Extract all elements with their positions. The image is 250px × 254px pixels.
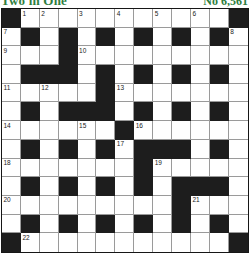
clue-number: 20 — [4, 196, 11, 203]
black-cell — [59, 177, 78, 196]
clue-number: 13 — [117, 84, 124, 91]
grid-cell[interactable] — [153, 65, 172, 84]
grid-cell[interactable] — [134, 84, 153, 103]
black-cell — [210, 28, 229, 47]
black-cell — [210, 215, 229, 234]
clue-number: 12 — [41, 84, 48, 91]
grid-cell[interactable] — [40, 121, 59, 140]
grid-cell[interactable]: 7 — [2, 28, 21, 47]
black-cell — [210, 102, 229, 121]
black-cell — [21, 28, 40, 47]
grid-cell[interactable]: 22 — [21, 233, 40, 252]
black-cell — [96, 84, 115, 103]
grid-cell[interactable] — [78, 84, 97, 103]
grid-cell[interactable] — [191, 140, 210, 159]
grid-cell[interactable] — [78, 233, 97, 252]
grid-cell[interactable] — [59, 84, 78, 103]
grid-cell[interactable] — [210, 196, 229, 215]
grid-cell[interactable] — [78, 65, 97, 84]
black-cell — [96, 102, 115, 121]
grid-cell[interactable] — [115, 65, 134, 84]
grid-cell[interactable] — [40, 140, 59, 159]
grid-cell[interactable] — [134, 9, 153, 28]
clue-number: 3 — [79, 10, 83, 17]
puzzle-number: No 6,561 — [203, 0, 248, 8]
grid-cell[interactable] — [191, 233, 210, 252]
black-cell — [172, 28, 191, 47]
grid-cell[interactable] — [153, 215, 172, 234]
black-cell — [96, 65, 115, 84]
black-cell — [96, 177, 115, 196]
grid-cell[interactable]: 3 — [78, 9, 97, 28]
grid-cell[interactable] — [229, 102, 248, 121]
black-cell — [172, 177, 191, 196]
clue-number: 17 — [117, 140, 124, 147]
grid-cell[interactable] — [153, 102, 172, 121]
black-cell — [210, 177, 229, 196]
grid-cell[interactable] — [210, 233, 229, 252]
grid-cell[interactable] — [78, 140, 97, 159]
grid-cell[interactable] — [229, 84, 248, 103]
grid-cell[interactable]: 4 — [115, 9, 134, 28]
black-cell — [21, 65, 40, 84]
black-cell — [2, 9, 21, 28]
black-cell — [172, 196, 191, 215]
clue-number: 21 — [192, 196, 199, 203]
grid-cell[interactable] — [40, 233, 59, 252]
grid-cell[interactable] — [229, 159, 248, 178]
grid-cell[interactable] — [40, 215, 59, 234]
grid-cell[interactable] — [153, 233, 172, 252]
grid-cell[interactable] — [59, 233, 78, 252]
grid-cell[interactable] — [96, 46, 115, 65]
black-cell — [210, 140, 229, 159]
black-cell — [40, 65, 59, 84]
grid-cell[interactable] — [172, 84, 191, 103]
crossword-page: Two in One No 6,561 12345678910111213141… — [0, 0, 250, 254]
grid-cell[interactable] — [172, 46, 191, 65]
grid-cell[interactable] — [191, 121, 210, 140]
grid-cell[interactable]: 11 — [2, 84, 21, 103]
grid-cell[interactable] — [210, 9, 229, 28]
black-cell — [59, 46, 78, 65]
grid-cell[interactable] — [229, 177, 248, 196]
black-cell — [172, 140, 191, 159]
grid-cell[interactable] — [96, 159, 115, 178]
grid-cell[interactable] — [191, 102, 210, 121]
black-cell — [21, 102, 40, 121]
grid-cell[interactable] — [40, 159, 59, 178]
grid-cell[interactable]: 13 — [115, 84, 134, 103]
black-cell — [134, 65, 153, 84]
grid-cell[interactable] — [191, 215, 210, 234]
grid-cell[interactable] — [229, 65, 248, 84]
grid-cell[interactable] — [115, 196, 134, 215]
grid-cell[interactable]: 17 — [115, 140, 134, 159]
grid-cell[interactable] — [2, 177, 21, 196]
grid-cell[interactable] — [191, 159, 210, 178]
clue-number: 2 — [41, 10, 45, 17]
grid-cell[interactable] — [172, 159, 191, 178]
grid-cell[interactable] — [191, 46, 210, 65]
black-cell — [59, 215, 78, 234]
black-cell — [21, 140, 40, 159]
grid-cell[interactable] — [59, 196, 78, 215]
grid-cell[interactable] — [96, 233, 115, 252]
black-cell — [59, 65, 78, 84]
grid-cell[interactable] — [21, 121, 40, 140]
grid-cell[interactable] — [2, 102, 21, 121]
grid-cell[interactable] — [78, 28, 97, 47]
grid-cell[interactable] — [2, 140, 21, 159]
grid-cell[interactable] — [59, 121, 78, 140]
grid-cell[interactable]: 18 — [2, 159, 21, 178]
grid-cell[interactable] — [210, 46, 229, 65]
grid-cell[interactable] — [78, 196, 97, 215]
black-cell — [59, 28, 78, 47]
clue-number: 4 — [117, 10, 121, 17]
black-cell — [153, 140, 172, 159]
black-cell — [172, 102, 191, 121]
grid-cell[interactable] — [153, 46, 172, 65]
clue-number: 10 — [79, 47, 86, 54]
black-cell — [96, 28, 115, 47]
black-cell — [134, 28, 153, 47]
black-cell — [2, 233, 21, 252]
grid-cell[interactable] — [40, 46, 59, 65]
grid-cell[interactable] — [96, 9, 115, 28]
grid-cell[interactable] — [153, 84, 172, 103]
grid-cell[interactable]: 15 — [78, 121, 97, 140]
grid-cell[interactable]: 12 — [40, 84, 59, 103]
grid-cell[interactable]: 2 — [40, 9, 59, 28]
grid-cell[interactable] — [115, 28, 134, 47]
grid-cell[interactable] — [59, 159, 78, 178]
grid-cell[interactable]: 8 — [229, 28, 248, 47]
grid-cell[interactable] — [78, 215, 97, 234]
clue-number: 18 — [4, 159, 11, 166]
grid-cell[interactable] — [21, 159, 40, 178]
grid-cell[interactable] — [172, 9, 191, 28]
grid-cell[interactable]: 16 — [134, 121, 153, 140]
grid-cell[interactable] — [191, 65, 210, 84]
grid-cell[interactable] — [2, 65, 21, 84]
grid-cell[interactable] — [134, 233, 153, 252]
grid-cell[interactable] — [2, 215, 21, 234]
grid-cell[interactable] — [134, 46, 153, 65]
grid-cell[interactable] — [21, 46, 40, 65]
clue-number: 22 — [22, 234, 29, 241]
grid-cell[interactable] — [153, 121, 172, 140]
grid-cell[interactable] — [78, 177, 97, 196]
grid-cell[interactable] — [210, 84, 229, 103]
clue-number: 14 — [4, 122, 11, 129]
clue-number: 7 — [4, 28, 8, 35]
clue-number: 8 — [230, 28, 234, 35]
black-cell — [21, 177, 40, 196]
crossword-grid: 12345678910111213141516171819202122 — [1, 8, 249, 253]
grid-cell[interactable] — [115, 233, 134, 252]
grid-cell[interactable]: 1 — [21, 9, 40, 28]
clue-number: 16 — [136, 122, 143, 129]
clue-number: 11 — [4, 84, 11, 91]
grid-cell[interactable] — [115, 215, 134, 234]
black-cell — [96, 140, 115, 159]
black-cell — [134, 140, 153, 159]
grid-cell[interactable] — [115, 102, 134, 121]
grid-cell[interactable] — [134, 196, 153, 215]
black-cell — [172, 215, 191, 234]
grid-cell[interactable] — [210, 159, 229, 178]
grid-cell[interactable] — [21, 196, 40, 215]
grid-cell[interactable] — [40, 196, 59, 215]
black-cell — [96, 215, 115, 234]
grid-cell[interactable] — [191, 28, 210, 47]
grid-cell[interactable] — [172, 233, 191, 252]
grid-cell[interactable] — [59, 9, 78, 28]
black-cell — [229, 9, 248, 28]
grid-cell[interactable] — [153, 177, 172, 196]
clue-number: 6 — [192, 10, 196, 17]
grid-cell[interactable] — [229, 121, 248, 140]
grid-cell[interactable] — [40, 102, 59, 121]
grid-cell[interactable] — [115, 159, 134, 178]
grid-cell[interactable]: 19 — [153, 159, 172, 178]
grid-cell[interactable] — [40, 177, 59, 196]
black-cell — [59, 140, 78, 159]
black-cell — [134, 102, 153, 121]
black-cell — [210, 65, 229, 84]
grid-cell[interactable] — [229, 215, 248, 234]
masthead: Two in One No 6,561 — [0, 0, 250, 8]
grid-cell[interactable] — [96, 196, 115, 215]
clue-number: 19 — [155, 159, 162, 166]
grid-cell[interactable] — [40, 28, 59, 47]
grid-cell[interactable] — [115, 177, 134, 196]
grid-cell[interactable] — [172, 121, 191, 140]
grid-cell[interactable] — [229, 196, 248, 215]
black-cell — [134, 159, 153, 178]
grid-cell[interactable] — [153, 28, 172, 47]
black-cell — [134, 215, 153, 234]
grid-cell[interactable]: 5 — [153, 9, 172, 28]
clue-number: 1 — [22, 10, 26, 17]
grid-cell[interactable] — [115, 46, 134, 65]
grid-cell[interactable] — [191, 84, 210, 103]
grid-cell[interactable]: 10 — [78, 46, 97, 65]
black-cell — [229, 233, 248, 252]
grid-cell[interactable]: 21 — [191, 196, 210, 215]
grid-cell[interactable] — [96, 121, 115, 140]
clue-number: 15 — [79, 122, 86, 129]
grid-cell[interactable] — [21, 84, 40, 103]
grid-cell[interactable] — [153, 196, 172, 215]
grid-cell[interactable] — [229, 140, 248, 159]
black-cell — [115, 121, 134, 140]
masthead-line: Two in One No 6,561 — [0, 0, 250, 8]
puzzle-title: Two in One — [1, 0, 67, 8]
grid-cell[interactable]: 14 — [2, 121, 21, 140]
black-cell — [172, 65, 191, 84]
clue-number: 9 — [4, 47, 8, 54]
grid-cell[interactable] — [78, 159, 97, 178]
black-cell — [21, 215, 40, 234]
grid-cell[interactable]: 20 — [2, 196, 21, 215]
grid-cell[interactable]: 9 — [2, 46, 21, 65]
clue-number: 5 — [155, 10, 159, 17]
grid-cell[interactable] — [229, 46, 248, 65]
black-cell — [134, 177, 153, 196]
black-cell — [191, 177, 210, 196]
grid-cell[interactable]: 6 — [191, 9, 210, 28]
black-cell — [59, 102, 78, 121]
black-cell — [78, 102, 97, 121]
grid-cell[interactable] — [210, 121, 229, 140]
